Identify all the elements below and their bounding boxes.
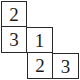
cell-r1c1[interactable]: 2 xyxy=(1,1,27,27)
cell-r2c2[interactable]: 1 xyxy=(27,27,53,53)
puzzle-board: 23123 xyxy=(1,1,79,79)
cell-r3c3[interactable]: 3 xyxy=(53,53,79,79)
cell-r3c2[interactable]: 2 xyxy=(27,53,53,79)
cell-r2c1[interactable]: 3 xyxy=(1,27,27,53)
